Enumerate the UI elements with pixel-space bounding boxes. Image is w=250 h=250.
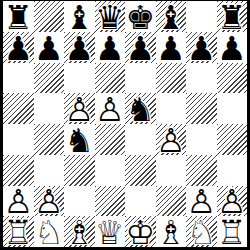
square-h8[interactable]: ♜	[217, 1, 248, 32]
white-pawn-icon: ♟♙	[217, 186, 248, 217]
square-c7[interactable]: ♟	[64, 32, 95, 63]
square-c8[interactable]: ♝	[64, 1, 95, 32]
square-e5[interactable]: ♞	[125, 93, 156, 124]
square-f6[interactable]	[156, 63, 187, 94]
white-queen-icon: ♛♕	[95, 216, 126, 247]
square-b6[interactable]	[34, 63, 65, 94]
square-a8[interactable]: ♜	[3, 1, 34, 32]
white-bishop-icon: ♝♗	[156, 216, 187, 247]
white-pawn-icon: ♟♙	[64, 93, 95, 124]
square-g3[interactable]	[186, 155, 217, 186]
square-e6[interactable]	[125, 63, 156, 94]
square-b8[interactable]	[34, 1, 65, 32]
square-g5[interactable]	[186, 93, 217, 124]
square-f8[interactable]: ♝	[156, 1, 187, 32]
black-pawn-icon: ♟	[217, 32, 248, 63]
white-king-icon: ♚♔	[125, 216, 156, 247]
square-f5[interactable]	[156, 93, 187, 124]
chess-board: ♜♝♛♚♝♜♟♟♟♟♟♟♟♟♟♙♟♙♞♞♟♙♟♙♟♙♟♙♟♙♜♖♞♘♝♗♛♕♚♔…	[0, 0, 250, 250]
square-e7[interactable]: ♟	[125, 32, 156, 63]
square-g6[interactable]	[186, 63, 217, 94]
square-h7[interactable]: ♟	[217, 32, 248, 63]
square-c2[interactable]	[64, 186, 95, 217]
square-b3[interactable]	[34, 155, 65, 186]
square-g7[interactable]: ♟	[186, 32, 217, 63]
square-e2[interactable]	[125, 186, 156, 217]
black-pawn-icon: ♟	[156, 32, 187, 63]
square-h1[interactable]: ♜♖	[217, 216, 248, 247]
square-c3[interactable]	[64, 155, 95, 186]
square-b4[interactable]	[34, 124, 65, 155]
square-c6[interactable]	[64, 63, 95, 94]
square-h2[interactable]: ♟♙	[217, 186, 248, 217]
white-bishop-icon: ♝♗	[64, 216, 95, 247]
square-h6[interactable]	[217, 63, 248, 94]
square-g2[interactable]: ♟♙	[186, 186, 217, 217]
black-pawn-icon: ♟	[95, 32, 126, 63]
white-pawn-icon: ♟♙	[95, 93, 126, 124]
black-pawn-icon: ♟	[64, 32, 95, 63]
square-c1[interactable]: ♝♗	[64, 216, 95, 247]
white-rook-icon: ♜♖	[3, 216, 34, 247]
black-king-icon: ♚	[125, 1, 156, 32]
white-knight-icon: ♞♘	[186, 216, 217, 247]
black-pawn-icon: ♟	[3, 32, 34, 63]
square-b1[interactable]: ♞♘	[34, 216, 65, 247]
square-g8[interactable]	[186, 1, 217, 32]
square-a7[interactable]: ♟	[3, 32, 34, 63]
white-pawn-icon: ♟♙	[156, 124, 187, 155]
black-knight-icon: ♞	[64, 124, 95, 155]
square-a4[interactable]	[3, 124, 34, 155]
square-f2[interactable]	[156, 186, 187, 217]
white-pawn-icon: ♟♙	[186, 186, 217, 217]
white-pawn-icon: ♟♙	[3, 186, 34, 217]
square-c5[interactable]: ♟♙	[64, 93, 95, 124]
square-a6[interactable]	[3, 63, 34, 94]
white-rook-icon: ♜♖	[217, 216, 248, 247]
black-bishop-icon: ♝	[64, 1, 95, 32]
square-a5[interactable]	[3, 93, 34, 124]
square-f4[interactable]: ♟♙	[156, 124, 187, 155]
square-a1[interactable]: ♜♖	[3, 216, 34, 247]
black-rook-icon: ♜	[3, 1, 34, 32]
square-d1[interactable]: ♛♕	[95, 216, 126, 247]
white-pawn-icon: ♟♙	[34, 186, 65, 217]
square-b2[interactable]: ♟♙	[34, 186, 65, 217]
square-d2[interactable]	[95, 186, 126, 217]
black-pawn-icon: ♟	[186, 32, 217, 63]
square-h3[interactable]	[217, 155, 248, 186]
square-f3[interactable]	[156, 155, 187, 186]
square-d5[interactable]: ♟♙	[95, 93, 126, 124]
square-d6[interactable]	[95, 63, 126, 94]
black-queen-icon: ♛	[95, 1, 126, 32]
square-h5[interactable]	[217, 93, 248, 124]
square-f1[interactable]: ♝♗	[156, 216, 187, 247]
square-d4[interactable]	[95, 124, 126, 155]
black-pawn-icon: ♟	[125, 32, 156, 63]
white-knight-icon: ♞♘	[34, 216, 65, 247]
square-a2[interactable]: ♟♙	[3, 186, 34, 217]
square-e8[interactable]: ♚	[125, 1, 156, 32]
square-f7[interactable]: ♟	[156, 32, 187, 63]
square-e3[interactable]	[125, 155, 156, 186]
square-d3[interactable]	[95, 155, 126, 186]
black-bishop-icon: ♝	[156, 1, 187, 32]
square-g1[interactable]: ♞♘	[186, 216, 217, 247]
square-b5[interactable]	[34, 93, 65, 124]
black-rook-icon: ♜	[217, 1, 248, 32]
square-d7[interactable]: ♟	[95, 32, 126, 63]
black-knight-icon: ♞	[125, 93, 156, 124]
square-h4[interactable]	[217, 124, 248, 155]
square-d8[interactable]: ♛	[95, 1, 126, 32]
square-e4[interactable]	[125, 124, 156, 155]
square-b7[interactable]: ♟	[34, 32, 65, 63]
square-e1[interactable]: ♚♔	[125, 216, 156, 247]
square-c4[interactable]: ♞	[64, 124, 95, 155]
square-g4[interactable]	[186, 124, 217, 155]
square-a3[interactable]	[3, 155, 34, 186]
black-pawn-icon: ♟	[34, 32, 65, 63]
